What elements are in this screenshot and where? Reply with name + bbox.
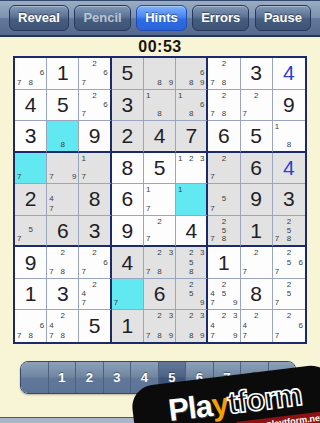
number-segment-2[interactable]: 2	[75, 362, 103, 393]
toolbar-button-reveal[interactable]: Reveal	[9, 5, 69, 31]
pencil-mark-7: 7	[79, 268, 89, 278]
pencil-mark-9: 9	[229, 299, 239, 309]
pencil-mark-7: 7	[144, 235, 154, 245]
pencil-mark-6: 6	[36, 321, 46, 332]
pencil-mark-7: 7	[144, 331, 154, 342]
pencil-mark-7: 7	[208, 331, 218, 342]
cell-r4c8[interactable]: 6	[241, 153, 273, 185]
pencil-marks: 267	[273, 310, 305, 342]
cell-r6c4[interactable]: 9	[112, 216, 144, 248]
cell-value: 8	[250, 282, 262, 306]
cell-r9c4[interactable]: 1	[112, 310, 144, 342]
pencil-mark-7: 7	[208, 235, 218, 245]
pencil-mark-3: 3	[165, 310, 175, 321]
cell-value: 5	[121, 61, 133, 85]
cell-r5c2[interactable]: 47	[47, 184, 79, 216]
number-segment-1[interactable]: 1	[48, 362, 76, 393]
pencil-mark-5: 5	[284, 258, 295, 268]
sudoku-grid: 6781267589689278344526731816827827938924…	[13, 56, 307, 344]
pencil-mark-8: 8	[154, 268, 164, 278]
cell-r7c7[interactable]: 1	[208, 247, 240, 279]
pencil-mark-7: 7	[47, 173, 57, 183]
cell-value: 1	[218, 251, 230, 275]
pencil-mark-1: 1	[176, 90, 186, 100]
pencil-mark-7: 7	[208, 78, 218, 88]
pencil-marks: 89	[144, 58, 175, 89]
pencil-mark-2: 2	[219, 310, 229, 321]
cell-r1c2[interactable]: 1	[47, 58, 79, 90]
cell-value: 9	[283, 93, 295, 117]
cell-value: 5	[89, 314, 101, 338]
cell-r9c6[interactable]: 2389	[176, 310, 208, 342]
pencil-marks: 27	[241, 247, 272, 278]
pencil-mark-2: 2	[251, 90, 261, 100]
pencil-mark-7: 7	[241, 110, 251, 120]
pencil-mark-8: 8	[219, 78, 229, 88]
cell-r2c6[interactable]: 168	[176, 90, 208, 122]
pencil-mark-3: 3	[229, 310, 239, 321]
pencil-mark-7: 7	[79, 78, 89, 88]
pencil-mark-1: 1	[79, 153, 89, 163]
pencil-marks: 57	[15, 216, 46, 246]
cell-value: 1	[25, 282, 37, 306]
pencil-marks: 267	[79, 90, 109, 121]
pencil-mark-9: 9	[68, 173, 78, 183]
pencil-mark-2: 2	[219, 58, 229, 68]
cell-r8c7[interactable]: 24579	[208, 279, 240, 311]
pencil-marks: 47	[47, 184, 78, 215]
cell-value: 1	[250, 219, 262, 243]
pencil-marks: 123	[176, 153, 206, 184]
pencil-marks: 18	[273, 121, 305, 151]
cell-r9c2[interactable]: 2478	[47, 310, 79, 342]
pencil-mark-9: 9	[229, 331, 239, 342]
pencil-mark-2: 2	[284, 216, 295, 226]
pencil-mark-8: 8	[186, 331, 196, 342]
cell-r3c7[interactable]: 6	[208, 121, 240, 153]
cell-value: 2	[25, 187, 37, 211]
cell-r9c7[interactable]: 23479	[208, 310, 240, 342]
pencil-marks: 278	[47, 247, 78, 278]
pencil-mark-2: 2	[284, 279, 295, 289]
cell-r2c4[interactable]: 3	[112, 90, 144, 122]
pencil-marks: 2578	[208, 216, 239, 246]
cell-r2c3[interactable]: 267	[79, 90, 111, 122]
pencil-marks: 23479	[208, 310, 239, 342]
cell-value: 4	[121, 251, 133, 275]
cell-r5c9[interactable]: 3	[273, 184, 305, 216]
pencil-marks: 1	[176, 184, 206, 215]
pencil-mark-1: 1	[273, 121, 284, 131]
pencil-marks: 2358	[176, 247, 206, 278]
pencil-mark-7: 7	[273, 268, 284, 278]
cell-value: 5	[57, 93, 69, 117]
pencil-mark-3: 3	[196, 247, 206, 257]
pencil-mark-4: 4	[47, 321, 57, 332]
pencil-marks: 678	[15, 310, 46, 342]
pencil-mark-8: 8	[154, 78, 164, 88]
pencil-mark-8: 8	[154, 110, 164, 120]
cell-r2c8[interactable]: 27	[241, 90, 273, 122]
pencil-mark-2: 2	[251, 247, 261, 257]
pencil-mark-8: 8	[25, 78, 35, 88]
pencil-marks: 278	[208, 90, 239, 121]
pencil-mark-6: 6	[294, 321, 305, 332]
pencil-mark-3: 3	[165, 247, 175, 257]
pencil-mark-2: 2	[90, 279, 100, 289]
pencil-mark-3: 3	[196, 153, 206, 163]
pencil-mark-7: 7	[208, 173, 218, 183]
cell-r5c7[interactable]: 57	[208, 184, 240, 216]
cell-r7c3[interactable]: 267	[79, 247, 111, 279]
pencil-mark-8: 8	[284, 235, 295, 245]
cell-r6c6[interactable]: 4	[176, 216, 208, 248]
pencil-marks: 79	[47, 153, 78, 184]
pencil-mark-2: 2	[186, 310, 196, 321]
cell-r6c3[interactable]: 3	[79, 216, 111, 248]
cell-value: 3	[283, 187, 295, 211]
pencil-marks: 247	[79, 279, 109, 310]
cell-r2c5[interactable]: 18	[144, 90, 176, 122]
pencil-marks: 2567	[273, 247, 305, 278]
pencil-mark-7: 7	[112, 299, 122, 309]
pencil-mark-8: 8	[58, 268, 68, 278]
pencil-mark-7: 7	[47, 268, 57, 278]
cell-r3c3[interactable]: 9	[79, 121, 111, 153]
cell-r9c5[interactable]: 23789	[144, 310, 176, 342]
pencil-mark-2: 2	[219, 90, 229, 100]
pencil-mark-8: 8	[154, 331, 164, 342]
cell-r2c1[interactable]: 4	[15, 90, 47, 122]
cell-value: 6	[250, 156, 262, 180]
pencil-mark-5: 5	[219, 194, 229, 204]
cell-r3c2[interactable]: 8	[47, 121, 79, 153]
pencil-marks: 278	[208, 58, 239, 89]
cell-value: 9	[25, 251, 37, 275]
cell-value: 7	[185, 124, 197, 148]
pencil-mark-9: 9	[196, 299, 206, 309]
pencil-marks: 257	[273, 279, 305, 310]
cell-value: 8	[89, 187, 101, 211]
pencil-mark-8: 8	[186, 268, 196, 278]
pencil-mark-7: 7	[15, 235, 25, 245]
cell-r3c8[interactable]: 5	[241, 121, 273, 153]
pencil-marks: 24579	[208, 279, 239, 310]
cell-r7c6[interactable]: 2358	[176, 247, 208, 279]
cell-value: 4	[154, 124, 166, 148]
cell-r1c8[interactable]: 3	[241, 58, 273, 90]
pencil-mark-7: 7	[144, 268, 154, 278]
cell-r5c5[interactable]: 17	[144, 184, 176, 216]
pencil-marks: 8	[47, 121, 78, 151]
cell-r5c1[interactable]: 2	[15, 184, 47, 216]
cell-value: 2	[121, 124, 133, 148]
cell-r4c7[interactable]: 27	[208, 153, 240, 185]
timer: 00:53	[138, 38, 181, 56]
pencil-mark-8: 8	[284, 141, 295, 151]
pencil-mark-8: 8	[58, 331, 68, 342]
cell-value: 3	[57, 282, 69, 306]
number-segment-blank[interactable]	[21, 362, 48, 393]
cell-r1c7[interactable]: 278	[208, 58, 240, 90]
cell-r8c1[interactable]: 1	[15, 279, 47, 311]
pencil-marks: 7	[15, 153, 46, 184]
cell-r1c9[interactable]: 4	[273, 58, 305, 90]
cell-value: 4	[283, 156, 295, 180]
pencil-mark-7: 7	[79, 299, 89, 309]
cell-value: 6	[121, 187, 133, 211]
pencil-marks: 259	[176, 279, 206, 310]
pencil-mark-2: 2	[284, 247, 295, 257]
cell-r7c1[interactable]: 9	[15, 247, 47, 279]
pencil-mark-2: 2	[154, 310, 164, 321]
pencil-mark-7: 7	[15, 173, 25, 183]
pencil-marks: 27	[241, 90, 272, 121]
pencil-marks: 168	[176, 90, 206, 121]
pencil-mark-7: 7	[208, 299, 218, 309]
cell-value: 6	[154, 282, 166, 306]
cell-r3c6[interactable]: 7	[176, 121, 208, 153]
pencil-mark-8: 8	[186, 110, 196, 120]
cell-r3c9[interactable]: 18	[273, 121, 305, 153]
cell-r1c1[interactable]: 678	[15, 58, 47, 90]
pencil-mark-9: 9	[165, 331, 175, 342]
pencil-mark-5: 5	[25, 226, 35, 236]
pencil-mark-4: 4	[208, 321, 218, 332]
cell-r6c7[interactable]: 2578	[208, 216, 240, 248]
cell-value: 3	[250, 61, 262, 85]
cell-r8c8[interactable]: 8	[241, 279, 273, 311]
number-segment-3[interactable]: 3	[103, 362, 131, 393]
cell-value: 1	[57, 61, 69, 85]
cell-r7c9[interactable]: 2567	[273, 247, 305, 279]
pencil-marks: 17	[144, 184, 175, 215]
cell-r3c4[interactable]: 2	[112, 121, 144, 153]
pencil-mark-7: 7	[47, 331, 57, 342]
pencil-mark-7: 7	[15, 78, 25, 88]
pencil-marks: 7	[112, 279, 143, 310]
cell-r8c5[interactable]: 6	[144, 279, 176, 311]
cell-value: 4	[283, 61, 295, 85]
cell-r8c6[interactable]: 259	[176, 279, 208, 311]
pencil-mark-7: 7	[144, 205, 154, 215]
pencil-mark-3: 3	[196, 310, 206, 321]
cell-r5c6[interactable]: 1	[176, 184, 208, 216]
cell-r2c2[interactable]: 5	[47, 90, 79, 122]
pencil-mark-7: 7	[273, 235, 284, 245]
pencil-mark-2: 2	[219, 279, 229, 289]
pencil-mark-2: 2	[186, 153, 196, 163]
cell-r7c8[interactable]: 27	[241, 247, 273, 279]
pencil-marks: 267	[79, 247, 109, 278]
pencil-mark-1: 1	[144, 90, 154, 100]
cell-r4c9[interactable]: 4	[273, 153, 305, 185]
cell-r4c4[interactable]: 8	[112, 153, 144, 185]
pencil-mark-2: 2	[284, 310, 295, 321]
cell-r7c4[interactable]: 4	[112, 247, 144, 279]
cell-r1c3[interactable]: 267	[79, 58, 111, 90]
pencil-mark-2: 2	[90, 58, 100, 68]
cell-r5c3[interactable]: 8	[79, 184, 111, 216]
pencil-mark-6: 6	[100, 258, 110, 268]
pencil-marks: 27	[144, 216, 175, 246]
cell-r4c1[interactable]: 7	[15, 153, 47, 185]
sudoku-app: { "game": "sudoku", "position": ".1.5...…	[0, 0, 320, 423]
watermark-text-pla: Pla	[166, 388, 213, 423]
cell-r4c6[interactable]: 123	[176, 153, 208, 185]
cell-r5c8[interactable]: 9	[241, 184, 273, 216]
pencil-mark-8: 8	[219, 235, 229, 245]
cell-value: 6	[218, 124, 230, 148]
toolbar-button-errors[interactable]: Errors	[192, 5, 249, 31]
cell-value: 9	[250, 187, 262, 211]
pencil-marks: 678	[15, 58, 46, 89]
pencil-mark-6: 6	[196, 68, 206, 78]
pencil-mark-7: 7	[241, 268, 251, 278]
pencil-mark-2: 2	[219, 216, 229, 226]
pencil-mark-1: 1	[176, 184, 186, 194]
cell-r3c5[interactable]: 4	[144, 121, 176, 153]
pencil-marks: 689	[176, 58, 206, 89]
toolbar-button-pause[interactable]: Pause	[255, 5, 311, 31]
cell-r8c3[interactable]: 247	[79, 279, 111, 311]
pencil-mark-2: 2	[154, 247, 164, 257]
pencil-mark-2: 2	[90, 90, 100, 100]
cell-r8c9[interactable]: 257	[273, 279, 305, 311]
cell-r8c2[interactable]: 3	[47, 279, 79, 311]
cell-value: 8	[121, 156, 133, 180]
pencil-mark-7: 7	[208, 110, 218, 120]
cell-value: 3	[25, 124, 37, 148]
pencil-mark-7: 7	[273, 299, 284, 309]
pencil-mark-2: 2	[154, 216, 164, 226]
pencil-marks: 23789	[144, 310, 175, 342]
cell-r9c1[interactable]: 678	[15, 310, 47, 342]
pencil-marks: 18	[144, 90, 175, 121]
pencil-mark-2: 2	[251, 310, 261, 321]
pencil-mark-2: 2	[58, 247, 68, 257]
cell-r6c1[interactable]: 57	[15, 216, 47, 248]
pencil-mark-7: 7	[241, 331, 251, 342]
cell-r6c5[interactable]: 27	[144, 216, 176, 248]
pencil-mark-6: 6	[294, 258, 305, 268]
pencil-marks: 57	[208, 184, 239, 215]
pencil-mark-5: 5	[219, 289, 229, 299]
pencil-marks: 2578	[273, 216, 305, 246]
pencil-mark-6: 6	[196, 100, 206, 110]
pencil-mark-8: 8	[58, 141, 68, 151]
pencil-mark-2: 2	[186, 247, 196, 257]
pencil-mark-5: 5	[284, 289, 295, 299]
pencil-marks: 17	[79, 153, 109, 184]
cell-r5c4[interactable]: 6	[112, 184, 144, 216]
pencil-mark-2: 2	[219, 153, 229, 163]
pencil-mark-2: 2	[90, 247, 100, 257]
pencil-mark-6: 6	[36, 68, 46, 78]
cell-value: 5	[250, 124, 262, 148]
timer-row: 00:53	[0, 37, 320, 56]
pencil-marks: 2478	[47, 310, 78, 342]
toolbar-button-hints[interactable]: Hints	[136, 5, 187, 31]
pencil-mark-9: 9	[196, 331, 206, 342]
pencil-mark-1: 1	[176, 153, 186, 163]
cell-r3c1[interactable]: 3	[15, 121, 47, 153]
cell-r2c9[interactable]: 9	[273, 90, 305, 122]
cell-r7c2[interactable]: 278	[47, 247, 79, 279]
toolbar-button-pencil[interactable]: Pencil	[74, 5, 130, 31]
pencil-mark-6: 6	[100, 68, 110, 78]
cell-r9c3[interactable]: 5	[79, 310, 111, 342]
pencil-marks: 2389	[176, 310, 206, 342]
cell-r9c8[interactable]: 247	[241, 310, 273, 342]
pencil-marks: 2378	[144, 247, 175, 278]
cell-value: 9	[89, 124, 101, 148]
pencil-mark-8: 8	[186, 78, 196, 88]
cell-value: 9	[121, 219, 133, 243]
cell-r4c5[interactable]: 5	[144, 153, 176, 185]
pencil-marks: 27	[208, 153, 239, 184]
cell-value: 3	[121, 93, 133, 117]
pencil-mark-2: 2	[186, 279, 196, 289]
cell-value: 3	[89, 219, 101, 243]
cell-value: 1	[121, 314, 133, 338]
cell-value: 6	[57, 219, 69, 243]
pencil-mark-1: 1	[144, 184, 154, 194]
cell-r6c8[interactable]: 1	[241, 216, 273, 248]
pencil-marks: 267	[79, 58, 109, 89]
pencil-mark-7: 7	[79, 110, 89, 120]
cell-r1c6[interactable]: 689	[176, 58, 208, 90]
cell-r6c2[interactable]: 6	[47, 216, 79, 248]
pencil-mark-7: 7	[47, 205, 57, 215]
cell-value: 4	[185, 219, 197, 243]
pencil-mark-7: 7	[79, 173, 89, 183]
pencil-mark-7: 7	[208, 205, 218, 215]
cell-r1c5[interactable]: 89	[144, 58, 176, 90]
pencil-mark-9: 9	[165, 78, 175, 88]
pencil-mark-2: 2	[58, 310, 68, 321]
pencil-mark-7: 7	[273, 331, 284, 342]
pencil-mark-9: 9	[196, 78, 206, 88]
pencil-marks: 247	[241, 310, 272, 342]
pencil-mark-5: 5	[186, 289, 196, 299]
cell-r7c5[interactable]: 2378	[144, 247, 176, 279]
pencil-mark-4: 4	[241, 321, 251, 332]
pencil-mark-7: 7	[15, 331, 25, 342]
cell-r1c4[interactable]: 5	[112, 58, 144, 90]
toolbar: RevealPencilHintsErrorsPause	[0, 0, 320, 37]
cell-r4c2[interactable]: 79	[47, 153, 79, 185]
cell-value: 4	[25, 93, 37, 117]
cell-r4c3[interactable]: 17	[79, 153, 111, 185]
pencil-mark-8: 8	[219, 110, 229, 120]
cell-r9c9[interactable]: 267	[273, 310, 305, 342]
cell-r2c7[interactable]: 278	[208, 90, 240, 122]
cell-r8c4[interactable]: 7	[112, 279, 144, 311]
cell-r6c9[interactable]: 2578	[273, 216, 305, 248]
pencil-mark-8: 8	[25, 331, 35, 342]
cell-value: 5	[154, 156, 166, 180]
pencil-mark-6: 6	[100, 100, 110, 110]
